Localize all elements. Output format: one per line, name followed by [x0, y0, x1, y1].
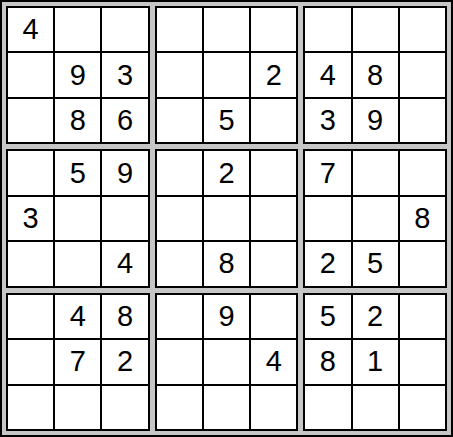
box-r1c2: 25 — [155, 6, 299, 144]
cell-r7c9[interactable] — [400, 295, 445, 338]
cell-r1c1[interactable]: 4 — [8, 8, 53, 51]
box-r3c1: 4872 — [6, 293, 150, 431]
cell-r7c3[interactable]: 8 — [102, 295, 147, 338]
cell-r9c5[interactable] — [204, 386, 249, 429]
cell-r9c6[interactable] — [251, 386, 296, 429]
cell-r2c1[interactable] — [8, 53, 53, 96]
cell-r2c6[interactable]: 2 — [251, 53, 296, 96]
cell-r8c8[interactable]: 1 — [353, 340, 398, 383]
cell-r1c5[interactable] — [204, 8, 249, 51]
cell-r2c7[interactable]: 4 — [305, 53, 350, 96]
cell-r7c4[interactable] — [157, 295, 202, 338]
cell-r6c7[interactable]: 2 — [305, 242, 350, 285]
cell-r5c2[interactable] — [55, 197, 100, 240]
cell-r5c7[interactable] — [305, 197, 350, 240]
cell-r1c2[interactable] — [55, 8, 100, 51]
cell-r7c2[interactable]: 4 — [55, 295, 100, 338]
cell-r1c8[interactable] — [353, 8, 398, 51]
box-r2c3: 7825 — [303, 149, 447, 287]
cell-r2c8[interactable]: 8 — [353, 53, 398, 96]
cell-r4c6[interactable] — [251, 151, 296, 194]
box-r2c2: 28 — [155, 149, 299, 287]
cell-r9c1[interactable] — [8, 386, 53, 429]
cell-r9c7[interactable] — [305, 386, 350, 429]
cell-r8c7[interactable]: 8 — [305, 340, 350, 383]
cell-r8c5[interactable] — [204, 340, 249, 383]
cell-r6c2[interactable] — [55, 242, 100, 285]
cell-r6c3[interactable]: 4 — [102, 242, 147, 285]
cell-r3c3[interactable]: 6 — [102, 99, 147, 142]
cell-r5c3[interactable] — [102, 197, 147, 240]
cell-r6c1[interactable] — [8, 242, 53, 285]
cell-r1c4[interactable] — [157, 8, 202, 51]
sudoku-board: 4938625483959342878254872945281 — [0, 0, 453, 437]
cell-r1c6[interactable] — [251, 8, 296, 51]
cell-r8c6[interactable]: 4 — [251, 340, 296, 383]
cell-r3c2[interactable]: 8 — [55, 99, 100, 142]
cell-r4c3[interactable]: 9 — [102, 151, 147, 194]
cell-r1c7[interactable] — [305, 8, 350, 51]
cell-r4c9[interactable] — [400, 151, 445, 194]
cell-r7c6[interactable] — [251, 295, 296, 338]
cell-r2c2[interactable]: 9 — [55, 53, 100, 96]
cell-r5c6[interactable] — [251, 197, 296, 240]
cell-r7c7[interactable]: 5 — [305, 295, 350, 338]
cell-r9c9[interactable] — [400, 386, 445, 429]
cell-r2c9[interactable] — [400, 53, 445, 96]
cell-r9c3[interactable] — [102, 386, 147, 429]
cell-r4c8[interactable] — [353, 151, 398, 194]
cell-r1c9[interactable] — [400, 8, 445, 51]
box-r1c3: 4839 — [303, 6, 447, 144]
cell-r4c7[interactable]: 7 — [305, 151, 350, 194]
cell-r8c1[interactable] — [8, 340, 53, 383]
cell-r5c8[interactable] — [353, 197, 398, 240]
cell-r5c9[interactable]: 8 — [400, 197, 445, 240]
cell-r4c4[interactable] — [157, 151, 202, 194]
cell-r3c4[interactable] — [157, 99, 202, 142]
cell-r3c6[interactable] — [251, 99, 296, 142]
cell-r3c5[interactable]: 5 — [204, 99, 249, 142]
cell-r1c3[interactable] — [102, 8, 147, 51]
cell-r3c7[interactable]: 3 — [305, 99, 350, 142]
cell-r6c4[interactable] — [157, 242, 202, 285]
cell-r3c8[interactable]: 9 — [353, 99, 398, 142]
cell-r7c5[interactable]: 9 — [204, 295, 249, 338]
cell-r4c2[interactable]: 5 — [55, 151, 100, 194]
cell-r2c3[interactable]: 3 — [102, 53, 147, 96]
cell-r6c8[interactable]: 5 — [353, 242, 398, 285]
cell-r8c3[interactable]: 2 — [102, 340, 147, 383]
cell-r2c5[interactable] — [204, 53, 249, 96]
cell-r9c2[interactable] — [55, 386, 100, 429]
cell-r9c4[interactable] — [157, 386, 202, 429]
cell-r3c1[interactable] — [8, 99, 53, 142]
cell-r8c2[interactable]: 7 — [55, 340, 100, 383]
cell-r6c6[interactable] — [251, 242, 296, 285]
cell-r2c4[interactable] — [157, 53, 202, 96]
cell-r8c4[interactable] — [157, 340, 202, 383]
cell-r3c9[interactable] — [400, 99, 445, 142]
cell-r6c5[interactable]: 8 — [204, 242, 249, 285]
cell-r5c1[interactable]: 3 — [8, 197, 53, 240]
cell-r5c4[interactable] — [157, 197, 202, 240]
cell-r4c5[interactable]: 2 — [204, 151, 249, 194]
cell-r7c1[interactable] — [8, 295, 53, 338]
cell-r8c9[interactable] — [400, 340, 445, 383]
cell-r6c9[interactable] — [400, 242, 445, 285]
box-r3c3: 5281 — [303, 293, 447, 431]
box-r3c2: 94 — [155, 293, 299, 431]
box-r2c1: 5934 — [6, 149, 150, 287]
cell-r5c5[interactable] — [204, 197, 249, 240]
box-r1c1: 49386 — [6, 6, 150, 144]
cell-r9c8[interactable] — [353, 386, 398, 429]
cell-r7c8[interactable]: 2 — [353, 295, 398, 338]
cell-r4c1[interactable] — [8, 151, 53, 194]
